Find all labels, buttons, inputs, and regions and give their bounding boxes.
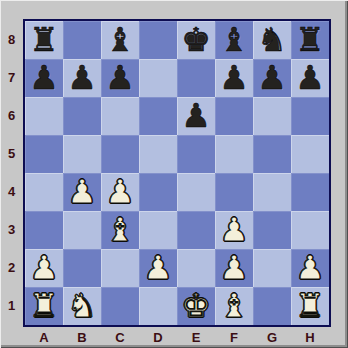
file-label-e: E [177, 329, 215, 346]
square-c1[interactable] [101, 287, 139, 325]
piece-white-pawn-f3[interactable]: ♟ [219, 213, 249, 246]
square-g3[interactable] [253, 211, 291, 249]
rank-label-2: 2 [1, 249, 22, 287]
square-g6[interactable] [253, 97, 291, 135]
piece-black-rook-a8[interactable]: ♜ [29, 23, 59, 56]
square-g4[interactable] [253, 173, 291, 211]
piece-white-bishop-c3[interactable]: ♝ [105, 213, 135, 246]
square-f5[interactable] [215, 135, 253, 173]
square-g1[interactable] [253, 287, 291, 325]
square-e8[interactable]: ♚ [177, 21, 215, 59]
square-a5[interactable] [25, 135, 63, 173]
rank-label-6: 6 [1, 97, 22, 135]
piece-white-knight-b1[interactable]: ♞ [67, 289, 97, 322]
piece-white-rook-h1[interactable]: ♜ [295, 289, 325, 322]
file-label-c: C [101, 329, 139, 346]
piece-white-pawn-c4[interactable]: ♟ [105, 175, 135, 208]
square-a3[interactable] [25, 211, 63, 249]
square-f3[interactable]: ♟ [215, 211, 253, 249]
square-c6[interactable] [101, 97, 139, 135]
piece-black-pawn-e6[interactable]: ♟ [181, 99, 211, 132]
square-b2[interactable] [63, 249, 101, 287]
square-h8[interactable]: ♜ [291, 21, 329, 59]
piece-black-bishop-c8[interactable]: ♝ [105, 23, 135, 56]
board-frame: ♜♝♚♝♞♜♟♟♟♟♟♟♟♟♟♝♟♟♟♟♟♜♞♚♝♜ 87654321 ABCD… [0, 0, 348, 348]
rank-label-8: 8 [1, 21, 22, 59]
square-b3[interactable] [63, 211, 101, 249]
square-f2[interactable]: ♟ [215, 249, 253, 287]
file-label-d: D [139, 329, 177, 346]
square-d8[interactable] [139, 21, 177, 59]
square-a8[interactable]: ♜ [25, 21, 63, 59]
square-f6[interactable] [215, 97, 253, 135]
square-h2[interactable]: ♟ [291, 249, 329, 287]
piece-black-bishop-f8[interactable]: ♝ [219, 23, 249, 56]
piece-black-pawn-b7[interactable]: ♟ [67, 61, 97, 94]
square-f8[interactable]: ♝ [215, 21, 253, 59]
file-label-g: G [253, 329, 291, 346]
square-g8[interactable]: ♞ [253, 21, 291, 59]
square-b1[interactable]: ♞ [63, 287, 101, 325]
square-d4[interactable] [139, 173, 177, 211]
square-g7[interactable]: ♟ [253, 59, 291, 97]
piece-white-pawn-h2[interactable]: ♟ [295, 251, 325, 284]
square-a4[interactable] [25, 173, 63, 211]
square-b4[interactable]: ♟ [63, 173, 101, 211]
piece-white-pawn-f2[interactable]: ♟ [219, 251, 249, 284]
square-e1[interactable]: ♚ [177, 287, 215, 325]
piece-black-king-e8[interactable]: ♚ [181, 23, 211, 56]
square-a1[interactable]: ♜ [25, 287, 63, 325]
square-c2[interactable] [101, 249, 139, 287]
square-b8[interactable] [63, 21, 101, 59]
piece-black-pawn-h7[interactable]: ♟ [295, 61, 325, 94]
square-e5[interactable] [177, 135, 215, 173]
square-d6[interactable] [139, 97, 177, 135]
chess-board: ♜♝♚♝♞♜♟♟♟♟♟♟♟♟♟♝♟♟♟♟♟♜♞♚♝♜ [23, 19, 331, 327]
square-e7[interactable] [177, 59, 215, 97]
square-f7[interactable]: ♟ [215, 59, 253, 97]
piece-black-rook-h8[interactable]: ♜ [295, 23, 325, 56]
square-b5[interactable] [63, 135, 101, 173]
piece-black-pawn-g7[interactable]: ♟ [257, 61, 287, 94]
rank-label-3: 3 [1, 211, 22, 249]
square-d7[interactable] [139, 59, 177, 97]
square-d2[interactable]: ♟ [139, 249, 177, 287]
piece-white-rook-a1[interactable]: ♜ [29, 289, 59, 322]
square-c4[interactable]: ♟ [101, 173, 139, 211]
square-f4[interactable] [215, 173, 253, 211]
rank-label-1: 1 [1, 287, 22, 325]
piece-black-pawn-c7[interactable]: ♟ [105, 61, 135, 94]
square-d3[interactable] [139, 211, 177, 249]
square-c3[interactable]: ♝ [101, 211, 139, 249]
file-label-b: B [63, 329, 101, 346]
square-c5[interactable] [101, 135, 139, 173]
square-b7[interactable]: ♟ [63, 59, 101, 97]
square-a7[interactable]: ♟ [25, 59, 63, 97]
file-label-h: H [291, 329, 329, 346]
square-e2[interactable] [177, 249, 215, 287]
square-h4[interactable] [291, 173, 329, 211]
file-label-a: A [25, 329, 63, 346]
square-h5[interactable] [291, 135, 329, 173]
rank-label-4: 4 [1, 173, 22, 211]
piece-white-pawn-b4[interactable]: ♟ [67, 175, 97, 208]
rank-label-5: 5 [1, 135, 22, 173]
square-d5[interactable] [139, 135, 177, 173]
square-g5[interactable] [253, 135, 291, 173]
file-label-f: F [215, 329, 253, 346]
square-d1[interactable] [139, 287, 177, 325]
square-a6[interactable] [25, 97, 63, 135]
square-h1[interactable]: ♜ [291, 287, 329, 325]
square-e4[interactable] [177, 173, 215, 211]
rank-label-7: 7 [1, 59, 22, 97]
square-h6[interactable] [291, 97, 329, 135]
square-e3[interactable] [177, 211, 215, 249]
piece-black-pawn-a7[interactable]: ♟ [29, 61, 59, 94]
piece-black-pawn-f7[interactable]: ♟ [219, 61, 249, 94]
piece-white-bishop-f1[interactable]: ♝ [219, 289, 249, 322]
piece-black-knight-g8[interactable]: ♞ [257, 23, 287, 56]
square-h7[interactable]: ♟ [291, 59, 329, 97]
piece-white-pawn-d2[interactable]: ♟ [143, 251, 173, 284]
square-b6[interactable] [63, 97, 101, 135]
square-c7[interactable]: ♟ [101, 59, 139, 97]
square-e6[interactable]: ♟ [177, 97, 215, 135]
square-a2[interactable]: ♟ [25, 249, 63, 287]
square-f1[interactable]: ♝ [215, 287, 253, 325]
square-g2[interactable] [253, 249, 291, 287]
piece-white-king-e1[interactable]: ♚ [181, 289, 211, 322]
square-h3[interactable] [291, 211, 329, 249]
square-c8[interactable]: ♝ [101, 21, 139, 59]
piece-white-pawn-a2[interactable]: ♟ [29, 251, 59, 284]
